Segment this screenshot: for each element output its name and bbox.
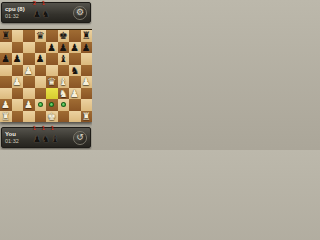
square-b7[interactable] <box>12 42 24 54</box>
square-e7[interactable]: ♟ <box>46 42 58 54</box>
square-g8[interactable] <box>69 30 81 42</box>
square-h8[interactable]: ♜ <box>81 30 93 42</box>
square-h2[interactable] <box>81 99 93 111</box>
square-a7[interactable] <box>0 42 12 54</box>
square-e6[interactable] <box>46 53 58 65</box>
white-pawn-c5: ♟ <box>23 65 35 77</box>
black-pawn-f7: ♟ <box>58 42 70 54</box>
square-d8[interactable]: ♛ <box>35 30 47 42</box>
white-knight-f3: ♞ <box>58 88 70 100</box>
square-c7[interactable] <box>23 42 35 54</box>
white-pawn-g3: ♟ <box>69 88 81 100</box>
pawn-icon: ♟ <box>33 9 41 19</box>
square-b2[interactable] <box>12 99 24 111</box>
you-name-label: You <box>5 131 29 138</box>
square-f2[interactable] <box>58 99 70 111</box>
square-f1[interactable] <box>58 111 70 123</box>
square-a8[interactable]: ♜ <box>0 30 12 42</box>
square-b8[interactable] <box>12 30 24 42</box>
undo-icon: ↺ <box>76 133 84 142</box>
square-a5[interactable] <box>0 65 12 77</box>
square-d4[interactable] <box>35 76 47 88</box>
square-g1[interactable] <box>69 111 81 123</box>
legal-move-dot-e2[interactable] <box>49 102 54 107</box>
black-pawn-b6: ♟ <box>12 53 24 65</box>
square-f7[interactable]: ♟ <box>58 42 70 54</box>
cpu-clock: 01:32 <box>5 13 29 19</box>
square-c8[interactable] <box>23 30 35 42</box>
square-g7[interactable]: ♟ <box>69 42 81 54</box>
square-f8[interactable]: ♚ <box>58 30 70 42</box>
square-d3[interactable] <box>35 88 47 100</box>
square-d6[interactable]: ♟ <box>35 53 47 65</box>
captured-count: 2 <box>33 1 36 6</box>
white-rook-h1: ♜ <box>81 111 93 123</box>
black-pawn-g7: ♟ <box>69 42 81 54</box>
square-d5[interactable] <box>35 65 47 77</box>
pawn-icon: ♟ <box>33 134 41 144</box>
top-player-bar: cpu (8) 01:32 ♟2♞1 ⚙ <box>1 2 91 23</box>
square-a6[interactable]: ♟ <box>0 53 12 65</box>
square-f4[interactable]: ♝ <box>58 76 70 88</box>
bottom-player-bar: You 01:32 ♟1♞1♝1 ↺ <box>1 127 91 148</box>
white-pawn-b4: ♟ <box>12 76 24 88</box>
square-a2[interactable]: ♟ <box>0 99 12 111</box>
square-h7[interactable]: ♟ <box>81 42 93 54</box>
square-h4[interactable]: ♟ <box>81 76 93 88</box>
you-clock: 01:32 <box>5 138 29 144</box>
you-captured-tray: ♟1♞1♝1 <box>33 130 59 146</box>
white-queen-e4: ♛ <box>46 76 58 88</box>
white-bishop-f4: ♝ <box>58 76 70 88</box>
knight-icon: ♞ <box>42 134 50 144</box>
square-g4[interactable] <box>69 76 81 88</box>
white-rook-a1: ♜ <box>0 111 12 123</box>
square-f6[interactable]: ♝ <box>58 53 70 65</box>
square-c5[interactable]: ♟ <box>23 65 35 77</box>
cpu-name-label: cpu (8) <box>5 6 29 13</box>
square-b4[interactable]: ♟ <box>12 76 24 88</box>
square-c4[interactable] <box>23 76 35 88</box>
captured-count: 1 <box>51 126 54 131</box>
settings-button[interactable]: ⚙ <box>73 6 87 20</box>
black-pawn-a6: ♟ <box>0 53 12 65</box>
square-d7[interactable] <box>35 42 47 54</box>
square-h1[interactable]: ♜ <box>81 111 93 123</box>
you-captured-pawn: ♟1 <box>33 128 41 146</box>
black-rook-h8: ♜ <box>81 30 93 42</box>
square-c6[interactable] <box>23 53 35 65</box>
black-bishop-f6: ♝ <box>58 53 70 65</box>
white-pawn-a2: ♟ <box>0 99 12 111</box>
square-e2[interactable] <box>46 99 58 111</box>
square-f5[interactable] <box>58 65 70 77</box>
you-captured-knight: ♞1 <box>42 128 50 146</box>
legal-move-dot-f2[interactable] <box>61 102 66 107</box>
square-a1[interactable]: ♜ <box>0 111 12 123</box>
square-h5[interactable] <box>81 65 93 77</box>
black-pawn-d6: ♟ <box>35 53 47 65</box>
black-rook-a8: ♜ <box>0 30 12 42</box>
white-king-e1: ♚ <box>46 111 58 123</box>
black-pawn-e7: ♟ <box>46 42 58 54</box>
legal-move-dot-d2[interactable] <box>38 102 43 107</box>
cpu-captured-knight: ♞1 <box>42 3 50 21</box>
square-a4[interactable] <box>0 76 12 88</box>
black-queen-d8: ♛ <box>35 30 47 42</box>
white-pawn-c2: ♟ <box>23 99 35 111</box>
cpu-info: cpu (8) 01:32 <box>5 6 29 19</box>
cpu-captured-tray: ♟2♞1 <box>33 5 50 21</box>
square-e4[interactable]: ♛ <box>46 76 58 88</box>
bishop-icon: ♝ <box>51 134 59 144</box>
gear-icon: ⚙ <box>76 8 84 17</box>
black-king-f8: ♚ <box>58 30 70 42</box>
cpu-captured-pawn: ♟2 <box>33 3 41 21</box>
square-e3[interactable] <box>46 88 58 100</box>
square-b3[interactable] <box>12 88 24 100</box>
square-h3[interactable] <box>81 88 93 100</box>
black-knight-g5: ♞ <box>69 65 81 77</box>
black-pawn-h7: ♟ <box>81 42 93 54</box>
chess-board[interactable]: ♜♛♚♜♟♟♟♟♟♟♟♝♟♞♟♛♝♟♞♟♟♟♜♚♜ <box>0 29 92 122</box>
square-h6[interactable] <box>81 53 93 65</box>
square-a3[interactable] <box>0 88 12 100</box>
white-pawn-h4: ♟ <box>81 76 93 88</box>
square-g2[interactable] <box>69 99 81 111</box>
square-e8[interactable] <box>46 30 58 42</box>
captured-count: 1 <box>42 1 45 6</box>
you-captured-bishop: ♝1 <box>51 128 59 146</box>
captured-count: 1 <box>33 126 36 131</box>
square-b6[interactable]: ♟ <box>12 53 24 65</box>
square-f3[interactable]: ♞ <box>58 88 70 100</box>
square-d2[interactable] <box>35 99 47 111</box>
undo-button[interactable]: ↺ <box>73 131 87 145</box>
square-g5[interactable]: ♞ <box>69 65 81 77</box>
you-info: You 01:32 <box>5 131 29 144</box>
knight-icon: ♞ <box>42 9 50 19</box>
square-c1[interactable] <box>23 111 35 123</box>
square-b1[interactable] <box>12 111 24 123</box>
square-e1[interactable]: ♚ <box>46 111 58 123</box>
square-g6[interactable] <box>69 53 81 65</box>
square-g3[interactable]: ♟ <box>69 88 81 100</box>
captured-count: 1 <box>42 126 45 131</box>
square-e5[interactable] <box>46 65 58 77</box>
square-c2[interactable]: ♟ <box>23 99 35 111</box>
square-d1[interactable] <box>35 111 47 123</box>
square-c3[interactable] <box>23 88 35 100</box>
square-b5[interactable] <box>12 65 24 77</box>
